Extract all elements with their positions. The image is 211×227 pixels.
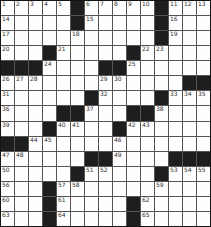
grid-cell[interactable] [29, 16, 42, 30]
grid-cell[interactable] [197, 31, 210, 45]
black-cell [43, 182, 56, 196]
clue-number: 49 [114, 152, 122, 158]
grid-cell[interactable] [127, 167, 140, 181]
grid-cell[interactable] [71, 76, 84, 90]
black-cell [1, 61, 14, 75]
grid-cell[interactable] [43, 16, 56, 30]
clue-number: 45 [44, 137, 52, 143]
grid-cell[interactable]: 23 [155, 46, 168, 60]
grid-cell[interactable] [113, 46, 126, 60]
grid-cell[interactable] [169, 46, 182, 60]
grid-cell[interactable] [29, 212, 42, 226]
grid-cell[interactable] [99, 212, 112, 226]
grid-cell[interactable] [15, 31, 28, 45]
grid-cell[interactable] [29, 106, 42, 120]
grid-cell[interactable] [85, 197, 98, 211]
black-cell [43, 212, 56, 226]
grid-cell[interactable]: 38 [155, 106, 168, 120]
clue-number: 33 [170, 91, 178, 97]
grid-cell[interactable] [85, 61, 98, 75]
clue-number: 6 [86, 1, 90, 7]
grid-cell[interactable] [155, 61, 168, 75]
grid-cell[interactable] [183, 106, 196, 120]
grid-cell[interactable] [113, 106, 126, 120]
grid-cell[interactable] [15, 122, 28, 136]
grid-cell[interactable]: 26 [1, 76, 14, 90]
grid-cell[interactable] [29, 197, 42, 211]
grid-cell[interactable] [141, 182, 154, 196]
grid-cell[interactable]: 20 [1, 46, 14, 60]
grid-cell[interactable]: 25 [127, 61, 140, 75]
grid-cell[interactable] [85, 122, 98, 136]
grid-cell[interactable]: 19 [169, 31, 182, 45]
clue-number: 2 [16, 1, 20, 7]
clue-number: 7 [100, 1, 104, 7]
grid-cell[interactable] [197, 122, 210, 136]
clue-number: 53 [170, 167, 178, 173]
clue-number: 60 [2, 197, 10, 203]
black-cell [155, 16, 168, 30]
clue-number: 65 [142, 212, 150, 218]
grid-cell[interactable]: 42 [127, 122, 140, 136]
black-cell [113, 122, 126, 136]
grid-cell[interactable] [43, 106, 56, 120]
grid-cell[interactable]: 35 [197, 91, 210, 105]
clue-number: 35 [198, 91, 206, 97]
grid-cell[interactable]: 37 [85, 106, 98, 120]
clue-number: 17 [2, 31, 10, 37]
black-cell [15, 61, 28, 75]
grid-cell[interactable] [15, 46, 28, 60]
clue-number: 27 [16, 76, 24, 82]
grid-cell[interactable] [57, 31, 70, 45]
grid-cell[interactable] [113, 31, 126, 45]
black-cell [127, 212, 140, 226]
grid-cell[interactable] [169, 197, 182, 211]
black-cell [183, 76, 196, 90]
grid-cell[interactable] [57, 91, 70, 105]
clue-number: 37 [86, 106, 94, 112]
grid-cell[interactable]: 4 [43, 1, 56, 15]
grid-cell[interactable] [183, 31, 196, 45]
clue-number: 28 [30, 76, 38, 82]
clue-number: 57 [58, 182, 66, 188]
grid-cell[interactable]: 1 [1, 1, 14, 15]
clue-number: 15 [86, 16, 94, 22]
grid-cell[interactable] [141, 152, 154, 166]
clue-number: 25 [128, 61, 136, 67]
clue-number: 41 [72, 122, 80, 128]
grid-cell[interactable]: 8 [113, 1, 126, 15]
grid-cell[interactable] [169, 106, 182, 120]
grid-cell[interactable] [29, 31, 42, 45]
clue-number: 40 [58, 122, 66, 128]
clue-number: 64 [58, 212, 66, 218]
grid-cell[interactable]: 51 [85, 167, 98, 181]
grid-cell[interactable] [183, 122, 196, 136]
grid-cell[interactable] [57, 167, 70, 181]
grid-cell[interactable]: 11 [169, 1, 182, 15]
grid-cell[interactable] [15, 212, 28, 226]
grid-cell[interactable] [29, 46, 42, 60]
black-cell [155, 91, 168, 105]
grid-cell[interactable] [113, 167, 126, 181]
black-cell [85, 152, 98, 166]
grid-cell[interactable] [15, 167, 28, 181]
grid-cell[interactable]: 9 [127, 1, 140, 15]
grid-cell[interactable] [43, 31, 56, 45]
grid-cell[interactable] [15, 182, 28, 196]
grid-cell[interactable] [141, 137, 154, 151]
grid-cell[interactable] [99, 46, 112, 60]
clue-number: 63 [2, 212, 10, 218]
grid-cell[interactable]: 27 [15, 76, 28, 90]
black-cell [85, 91, 98, 105]
grid-cell[interactable] [127, 76, 140, 90]
grid-cell[interactable] [197, 137, 210, 151]
black-cell [43, 46, 56, 60]
clue-number: 36 [2, 106, 10, 112]
grid-cell[interactable] [141, 76, 154, 90]
clue-number: 10 [142, 1, 150, 7]
clue-number: 8 [114, 1, 118, 7]
grid-cell[interactable] [113, 212, 126, 226]
clue-number: 16 [170, 16, 178, 22]
grid-cell[interactable]: 15 [85, 16, 98, 30]
grid-cell[interactable] [183, 46, 196, 60]
grid-cell[interactable] [155, 76, 168, 90]
grid-cell[interactable]: 3 [29, 1, 42, 15]
clue-number: 1 [2, 1, 6, 7]
black-cell [127, 46, 140, 60]
black-cell [99, 61, 112, 75]
clue-number: 20 [2, 46, 10, 52]
grid-cell[interactable] [113, 182, 126, 196]
grid-cell[interactable] [71, 91, 84, 105]
grid-cell[interactable]: 60 [1, 197, 14, 211]
grid-cell[interactable] [85, 31, 98, 45]
grid-cell[interactable]: 28 [29, 76, 42, 90]
grid-cell[interactable]: 46 [113, 137, 126, 151]
grid-cell[interactable] [99, 31, 112, 45]
grid-cell[interactable]: 32 [99, 91, 112, 105]
grid-cell[interactable] [85, 76, 98, 90]
clue-number: 62 [142, 197, 150, 203]
grid-cell[interactable] [197, 16, 210, 30]
grid-cell[interactable] [127, 182, 140, 196]
grid-cell[interactable] [99, 137, 112, 151]
grid-cell[interactable]: 63 [1, 212, 14, 226]
grid-cell[interactable] [57, 137, 70, 151]
black-cell [127, 106, 140, 120]
clue-number: 12 [184, 1, 192, 7]
grid-cell[interactable] [71, 152, 84, 166]
clue-number: 5 [58, 1, 62, 7]
clue-number: 30 [114, 76, 122, 82]
clue-number: 29 [100, 76, 108, 82]
grid-cell[interactable] [99, 197, 112, 211]
clue-number: 52 [100, 167, 108, 173]
grid-cell[interactable] [15, 91, 28, 105]
grid-cell[interactable] [85, 46, 98, 60]
grid-cell[interactable] [197, 182, 210, 196]
clue-number: 50 [2, 167, 10, 173]
grid-cell[interactable] [71, 137, 84, 151]
grid-cell[interactable] [43, 76, 56, 90]
black-cell [197, 152, 210, 166]
clue-number: 51 [86, 167, 94, 173]
grid-cell[interactable]: 2 [15, 1, 28, 15]
grid-cell[interactable] [15, 16, 28, 30]
grid-cell[interactable]: 43 [141, 122, 154, 136]
grid-cell[interactable] [141, 61, 154, 75]
grid-cell[interactable] [113, 197, 126, 211]
clue-number: 61 [58, 197, 66, 203]
grid-cell[interactable] [29, 91, 42, 105]
grid-cell[interactable] [127, 152, 140, 166]
grid-cell[interactable]: 56 [1, 182, 14, 196]
grid-cell[interactable]: 36 [1, 106, 14, 120]
clue-number: 46 [114, 137, 122, 143]
grid-cell[interactable]: 17 [1, 31, 14, 45]
grid-cell[interactable] [57, 16, 70, 30]
grid-cell[interactable]: 59 [155, 182, 168, 196]
black-cell [155, 31, 168, 45]
grid-cell[interactable] [127, 137, 140, 151]
grid-cell[interactable]: 31 [1, 91, 14, 105]
black-cell [127, 197, 140, 211]
black-cell [43, 122, 56, 136]
grid-cell[interactable] [57, 152, 70, 166]
clue-number: 23 [156, 46, 164, 52]
clue-number: 4 [44, 1, 48, 7]
grid-cell[interactable] [169, 182, 182, 196]
grid-cell[interactable] [127, 91, 140, 105]
clue-number: 42 [128, 122, 136, 128]
grid-cell[interactable]: 57 [57, 182, 70, 196]
clue-number: 11 [170, 1, 178, 7]
black-cell [15, 137, 28, 151]
grid-cell[interactable] [155, 152, 168, 166]
grid-cell[interactable]: 44 [29, 137, 42, 151]
grid-cell[interactable]: 34 [183, 91, 196, 105]
grid-cell[interactable] [169, 212, 182, 226]
grid-cell[interactable] [127, 16, 140, 30]
grid-cell[interactable] [141, 31, 154, 45]
black-cell [1, 137, 14, 151]
grid-cell[interactable] [113, 16, 126, 30]
grid-cell[interactable]: 53 [169, 167, 182, 181]
black-cell [155, 1, 168, 15]
grid-cell[interactable] [169, 137, 182, 151]
clue-number: 18 [72, 31, 80, 37]
grid-cell[interactable] [29, 122, 42, 136]
black-cell [183, 152, 196, 166]
grid-cell[interactable] [85, 137, 98, 151]
grid-cell[interactable] [29, 152, 42, 166]
grid-cell[interactable] [29, 182, 42, 196]
black-cell [155, 167, 168, 181]
grid-cell[interactable] [15, 106, 28, 120]
black-cell [29, 61, 42, 75]
grid-cell[interactable] [113, 91, 126, 105]
grid-cell[interactable] [99, 182, 112, 196]
grid-cell[interactable] [169, 76, 182, 90]
grid-cell[interactable] [197, 197, 210, 211]
grid-cell[interactable] [197, 46, 210, 60]
grid-cell[interactable]: 24 [43, 61, 56, 75]
grid-cell[interactable]: 14 [1, 16, 14, 30]
grid-cell[interactable]: 41 [71, 122, 84, 136]
grid-cell[interactable] [15, 197, 28, 211]
grid-cell[interactable] [141, 167, 154, 181]
black-cell [71, 106, 84, 120]
black-cell [197, 76, 210, 90]
grid-cell[interactable] [99, 122, 112, 136]
grid-cell[interactable]: 54 [183, 167, 196, 181]
grid-cell[interactable]: 48 [15, 152, 28, 166]
grid-cell[interactable] [155, 122, 168, 136]
grid-cell[interactable] [169, 122, 182, 136]
grid-cell[interactable] [183, 212, 196, 226]
grid-cell[interactable]: 50 [1, 167, 14, 181]
black-cell [43, 197, 56, 211]
grid-cell[interactable]: 55 [197, 167, 210, 181]
grid-cell[interactable] [85, 182, 98, 196]
grid-cell[interactable]: 62 [141, 197, 154, 211]
grid-cell[interactable]: 65 [141, 212, 154, 226]
grid-cell[interactable] [57, 76, 70, 90]
black-cell [71, 167, 84, 181]
grid-cell[interactable]: 21 [57, 46, 70, 60]
clue-number: 56 [2, 182, 10, 188]
grid-cell[interactable] [43, 91, 56, 105]
clue-number: 43 [142, 122, 150, 128]
grid-cell[interactable] [155, 137, 168, 151]
grid-cell[interactable] [183, 61, 196, 75]
clue-number: 34 [184, 91, 192, 97]
grid-cell[interactable] [99, 16, 112, 30]
grid-cell[interactable] [155, 212, 168, 226]
grid-cell[interactable]: 22 [141, 46, 154, 60]
black-cell [169, 152, 182, 166]
grid-cell[interactable]: 40 [57, 122, 70, 136]
grid-cell[interactable]: 33 [169, 91, 182, 105]
grid-cell[interactable] [183, 137, 196, 151]
grid-cell[interactable]: 7 [99, 1, 112, 15]
grid-cell[interactable] [155, 197, 168, 211]
clue-number: 9 [128, 1, 132, 7]
grid-cell[interactable] [43, 167, 56, 181]
grid-cell[interactable] [183, 16, 196, 30]
grid-cell[interactable] [71, 46, 84, 60]
clue-number: 54 [184, 167, 192, 173]
black-cell [99, 152, 112, 166]
grid-cell[interactable]: 10 [141, 1, 154, 15]
grid-cell[interactable]: 45 [43, 137, 56, 151]
clue-number: 19 [170, 31, 178, 37]
clue-number: 14 [2, 16, 10, 22]
grid-cell[interactable] [29, 167, 42, 181]
grid-cell[interactable]: 58 [71, 182, 84, 196]
grid-cell[interactable] [99, 106, 112, 120]
black-cell [71, 16, 84, 30]
grid-cell[interactable]: 47 [1, 152, 14, 166]
black-cell [141, 106, 154, 120]
clue-number: 47 [2, 152, 10, 158]
clue-number: 59 [156, 182, 164, 188]
clue-number: 22 [142, 46, 150, 52]
clue-number: 55 [198, 167, 206, 173]
clue-number: 13 [198, 1, 206, 7]
grid-cell[interactable] [183, 197, 196, 211]
grid-cell[interactable]: 12 [183, 1, 196, 15]
grid-cell[interactable] [57, 61, 70, 75]
crossword-grid: 1234567891011121314151617181920212223242… [0, 0, 211, 227]
grid-cell[interactable]: 52 [99, 167, 112, 181]
grid-cell[interactable]: 49 [113, 152, 126, 166]
clue-number: 39 [2, 122, 10, 128]
grid-cell[interactable] [127, 31, 140, 45]
clue-number: 24 [44, 61, 52, 67]
grid-cell[interactable]: 39 [1, 122, 14, 136]
clue-number: 21 [58, 46, 66, 52]
grid-cell[interactable] [169, 61, 182, 75]
black-cell [113, 61, 126, 75]
grid-cell[interactable]: 16 [169, 16, 182, 30]
grid-cell[interactable] [197, 212, 210, 226]
black-cell [71, 1, 84, 15]
grid-cell[interactable]: 29 [99, 76, 112, 90]
grid-cell[interactable] [141, 16, 154, 30]
grid-cell[interactable] [183, 182, 196, 196]
clue-number: 32 [100, 91, 108, 97]
grid-cell[interactable]: 64 [57, 212, 70, 226]
clue-number: 48 [16, 152, 24, 158]
grid-cell[interactable] [71, 197, 84, 211]
clue-number: 38 [156, 106, 164, 112]
grid-cell[interactable]: 61 [57, 197, 70, 211]
grid-cell[interactable]: 30 [113, 76, 126, 90]
grid-cell[interactable]: 6 [85, 1, 98, 15]
grid-cell[interactable] [85, 212, 98, 226]
grid-cell[interactable]: 13 [197, 1, 210, 15]
black-cell [57, 106, 70, 120]
grid-cell[interactable]: 18 [71, 31, 84, 45]
clue-number: 3 [30, 1, 34, 7]
grid-cell[interactable] [197, 61, 210, 75]
clue-number: 31 [2, 91, 10, 97]
grid-cell[interactable] [71, 61, 84, 75]
clue-number: 58 [72, 182, 80, 188]
grid-cell[interactable] [141, 91, 154, 105]
grid-cell[interactable]: 5 [57, 1, 70, 15]
grid-cell[interactable] [197, 106, 210, 120]
grid-cell[interactable] [71, 212, 84, 226]
clue-number: 44 [30, 137, 38, 143]
grid-cell[interactable] [43, 152, 56, 166]
clue-number: 26 [2, 76, 10, 82]
